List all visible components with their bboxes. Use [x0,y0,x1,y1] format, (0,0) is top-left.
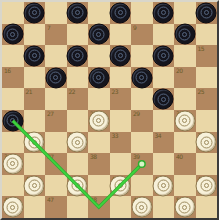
black-man-square-19[interactable] [131,67,152,88]
square-number-label: 39 [133,153,140,160]
black-man-square-1[interactable] [24,2,45,23]
black-man-square-26[interactable] [2,110,23,131]
square-44[interactable]: 44 [153,175,175,197]
white-man-square-46[interactable] [2,197,23,218]
black-man-square-14[interactable] [153,45,174,66]
light-square [153,110,175,132]
square-24[interactable]: 24 [153,88,175,110]
square-number-label: 34 [155,132,162,139]
draughts-window-frame: 1234567891011121314151617181920212223242… [0,0,219,220]
square-39[interactable]: 39 [131,153,153,175]
square-32[interactable]: 32 [67,132,89,154]
square-12[interactable]: 12 [67,45,89,67]
white-man-square-49[interactable] [131,197,152,218]
light-square [24,24,46,46]
light-square [110,24,132,46]
square-10[interactable]: 10 [174,24,196,46]
square-6[interactable]: 6 [2,24,24,46]
light-square [2,175,24,197]
square-number-label: 20 [176,67,183,74]
piece-center-ring [96,32,101,37]
square-27[interactable]: 27 [45,110,67,132]
piece-center-ring [204,10,209,15]
square-35[interactable]: 35 [196,132,218,154]
square-14[interactable]: 14 [153,45,175,67]
square-number-label: 21 [26,88,33,95]
square-16[interactable]: 16 [2,67,24,89]
light-square [2,132,24,154]
light-square [196,196,218,218]
piece-center-ring [96,75,101,80]
light-square [45,45,67,67]
square-2[interactable]: 2 [67,2,89,24]
square-21[interactable]: 21 [24,88,46,110]
light-square [131,45,153,67]
black-man-square-17[interactable] [45,67,66,88]
piece-center-ring [32,53,37,58]
square-23[interactable]: 23 [110,88,132,110]
piece-center-ring [161,53,166,58]
square-30[interactable]: 30 [174,110,196,132]
light-square [88,45,110,67]
light-square [45,132,67,154]
light-square [67,110,89,132]
light-square [24,196,46,218]
square-number-label: 9 [133,24,136,31]
square-17[interactable]: 17 [45,67,67,89]
black-man-square-3[interactable] [110,2,131,23]
light-square [88,132,110,154]
square-41[interactable]: 41 [24,175,46,197]
square-number-label: 27 [47,110,54,117]
black-man-square-24[interactable] [153,89,174,110]
light-square [153,153,175,175]
square-43[interactable]: 43 [110,175,132,197]
light-square [88,175,110,197]
square-18[interactable]: 18 [88,67,110,89]
square-4[interactable]: 4 [153,2,175,24]
square-8[interactable]: 8 [88,24,110,46]
square-13[interactable]: 13 [110,45,132,67]
piece-center-ring [32,140,37,145]
black-man-square-11[interactable] [24,45,45,66]
light-square [24,110,46,132]
square-number-label: 40 [176,153,183,160]
white-man-square-30[interactable] [174,110,195,131]
square-45[interactable]: 45 [196,175,218,197]
light-square [174,45,196,67]
white-man-square-42[interactable] [67,175,88,196]
square-number-label: 47 [47,196,54,203]
light-square [2,88,24,110]
piece-center-ring [139,205,144,210]
piece-center-ring [53,75,58,80]
light-square [174,175,196,197]
draughts-board: 1234567891011121314151617181920212223242… [2,2,217,218]
white-man-square-50[interactable] [174,197,195,218]
light-square [110,196,132,218]
light-square [153,196,175,218]
white-man-square-45[interactable] [196,175,217,196]
light-square [110,153,132,175]
light-square [196,110,218,132]
black-man-square-2[interactable] [67,2,88,23]
light-square [110,110,132,132]
square-3[interactable]: 3 [110,2,132,24]
square-number-label: 38 [90,153,97,160]
square-34[interactable]: 34 [153,132,175,154]
piece-center-ring [10,32,15,37]
square-9[interactable]: 9 [131,24,153,46]
piece-center-ring [161,10,166,15]
square-48[interactable]: 48 [88,196,110,218]
light-square [67,153,89,175]
piece-center-ring [10,205,15,210]
square-15[interactable]: 15 [196,45,218,67]
square-28[interactable]: 28 [88,110,110,132]
square-37[interactable]: 37 [45,153,67,175]
light-square [153,24,175,46]
white-man-square-32[interactable] [67,132,88,153]
light-square [196,24,218,46]
square-33[interactable]: 33 [110,132,132,154]
white-man-square-44[interactable] [153,175,174,196]
piece-center-ring [118,53,123,58]
piece-center-ring [182,205,187,210]
light-square [67,196,89,218]
piece-center-ring [75,183,80,188]
square-number-label: 25 [198,88,205,95]
light-square [2,2,24,24]
light-square [174,132,196,154]
square-29[interactable]: 29 [131,110,153,132]
piece-center-ring [118,183,123,188]
light-square [45,2,67,24]
black-man-square-12[interactable] [67,45,88,66]
white-man-square-43[interactable] [110,175,131,196]
piece-center-ring [118,10,123,15]
light-square [88,2,110,24]
square-20[interactable]: 20 [174,67,196,89]
white-man-square-36[interactable] [2,153,23,174]
square-38[interactable]: 38 [88,153,110,175]
light-square [131,88,153,110]
light-square [153,67,175,89]
square-1[interactable]: 1 [24,2,46,24]
light-square [67,67,89,89]
light-square [196,153,218,175]
square-40[interactable]: 40 [174,153,196,175]
square-number-label: 15 [198,45,205,52]
square-7[interactable]: 7 [45,24,67,46]
square-number-label: 29 [133,110,140,117]
black-man-square-10[interactable] [174,24,195,45]
piece-center-ring [161,183,166,188]
black-man-square-6[interactable] [2,24,23,45]
square-number-label: 23 [112,88,119,95]
piece-center-ring [204,140,209,145]
square-number-label: 37 [47,153,54,160]
piece-center-ring [75,140,80,145]
black-man-square-8[interactable] [88,24,109,45]
light-square [88,88,110,110]
black-man-square-5[interactable] [196,2,217,23]
light-square [67,24,89,46]
light-square [174,88,196,110]
black-man-square-4[interactable] [153,2,174,23]
piece-center-ring [182,118,187,123]
square-42[interactable]: 42 [67,175,89,197]
light-square [45,88,67,110]
light-square [196,67,218,89]
square-11[interactable]: 11 [24,45,46,67]
square-number-label: 16 [4,67,11,74]
square-number-label: 22 [69,88,76,95]
black-man-square-18[interactable] [88,67,109,88]
square-46[interactable]: 46 [2,196,24,218]
square-49[interactable]: 49 [131,196,153,218]
piece-center-ring [32,10,37,15]
piece-center-ring [10,161,15,166]
square-26[interactable]: 26 [2,110,24,132]
piece-center-ring [10,118,15,123]
square-47[interactable]: 47 [45,196,67,218]
square-31[interactable]: 31 [24,132,46,154]
light-square [174,2,196,24]
square-25[interactable]: 25 [196,88,218,110]
light-square [131,2,153,24]
square-19[interactable]: 19 [131,67,153,89]
square-number-label: 33 [112,132,119,139]
piece-center-ring [139,75,144,80]
light-square [131,132,153,154]
light-square [45,175,67,197]
light-square [2,45,24,67]
square-36[interactable]: 36 [2,153,24,175]
white-man-square-28[interactable] [88,110,109,131]
black-man-square-13[interactable] [110,45,131,66]
piece-center-ring [32,183,37,188]
square-number-label: 48 [90,196,97,203]
light-square [24,153,46,175]
piece-center-ring [96,118,101,123]
light-square [131,175,153,197]
light-square [110,67,132,89]
square-50[interactable]: 50 [174,196,196,218]
square-5[interactable]: 5 [196,2,218,24]
piece-center-ring [75,53,80,58]
piece-center-ring [75,10,80,15]
square-number-label: 7 [47,24,50,31]
piece-center-ring [182,32,187,37]
light-square [24,67,46,89]
square-22[interactable]: 22 [67,88,89,110]
white-man-square-35[interactable] [196,132,217,153]
piece-center-ring [161,97,166,102]
piece-center-ring [204,183,209,188]
white-man-square-31[interactable] [24,132,45,153]
white-man-square-41[interactable] [24,175,45,196]
